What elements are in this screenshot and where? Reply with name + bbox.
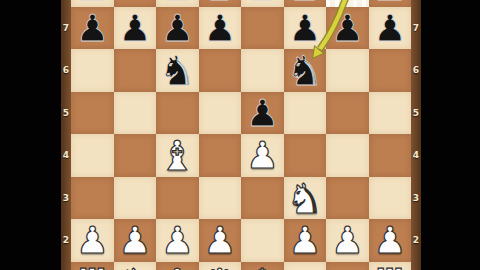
- square-g4[interactable]: [326, 134, 369, 177]
- white-queen[interactable]: ♛: [199, 262, 242, 270]
- white-bishop[interactable]: ♝: [156, 134, 199, 177]
- square-f2[interactable]: ♟: [284, 219, 327, 262]
- square-c5[interactable]: [156, 92, 199, 135]
- square-f5[interactable]: [284, 92, 327, 135]
- square-e5[interactable]: ♟: [241, 92, 284, 135]
- square-e4[interactable]: ♟: [241, 134, 284, 177]
- black-pawn[interactable]: ♟: [114, 7, 157, 50]
- rank-label-7-right: 7: [411, 22, 421, 34]
- rank-label-7-left: 7: [61, 22, 71, 34]
- black-knight[interactable]: ♞: [156, 49, 199, 92]
- square-h2[interactable]: ♟: [369, 219, 412, 262]
- square-b2[interactable]: ♟: [114, 219, 157, 262]
- rank-label-3-left: 3: [61, 192, 71, 204]
- square-c1[interactable]: ♝: [156, 262, 199, 270]
- square-f1[interactable]: [284, 262, 327, 270]
- black-pawn[interactable]: ♟: [241, 92, 284, 135]
- rank-label-6-left: 6: [61, 64, 71, 76]
- white-rook[interactable]: ♜: [369, 262, 412, 270]
- square-a1[interactable]: ♜: [71, 262, 114, 270]
- white-pawn[interactable]: ♟: [71, 219, 114, 262]
- square-d2[interactable]: ♟: [199, 219, 242, 262]
- square-h4[interactable]: [369, 134, 412, 177]
- chess-video-frame: ♜♝♛♚♝♜♟♟♟♟♟♟♟♞♞♟♝♟♞♟♟♟♟♟♟♟♜♞♝♛♚♜ 765432 …: [0, 0, 480, 270]
- square-g7[interactable]: ♟: [326, 7, 369, 50]
- square-a3[interactable]: [71, 177, 114, 220]
- square-c6[interactable]: ♞: [156, 49, 199, 92]
- square-b5[interactable]: [114, 92, 157, 135]
- white-bishop[interactable]: ♝: [156, 262, 199, 270]
- square-a6[interactable]: [71, 49, 114, 92]
- white-pawn[interactable]: ♟: [114, 219, 157, 262]
- square-c2[interactable]: ♟: [156, 219, 199, 262]
- square-g6[interactable]: [326, 49, 369, 92]
- square-b3[interactable]: [114, 177, 157, 220]
- square-a7[interactable]: ♟: [71, 7, 114, 50]
- square-g5[interactable]: [326, 92, 369, 135]
- square-g3[interactable]: [326, 177, 369, 220]
- black-pawn[interactable]: ♟: [326, 7, 369, 50]
- square-f3[interactable]: ♞: [284, 177, 327, 220]
- square-c7[interactable]: ♟: [156, 7, 199, 50]
- rank-label-2-left: 2: [61, 234, 71, 246]
- square-c4[interactable]: ♝: [156, 134, 199, 177]
- square-e8[interactable]: ♚: [241, 0, 284, 7]
- white-knight[interactable]: ♞: [114, 262, 157, 270]
- white-pawn[interactable]: ♟: [156, 219, 199, 262]
- rank-label-3-right: 3: [411, 192, 421, 204]
- black-pawn[interactable]: ♟: [71, 7, 114, 50]
- square-e7[interactable]: [241, 7, 284, 50]
- chessboard[interactable]: ♜♝♛♚♝♜♟♟♟♟♟♟♟♞♞♟♝♟♞♟♟♟♟♟♟♟♜♞♝♛♚♜: [71, 0, 411, 270]
- white-pawn[interactable]: ♟: [326, 219, 369, 262]
- rank-labels-strip-left: 765432: [61, 0, 71, 270]
- square-d3[interactable]: [199, 177, 242, 220]
- letterbox-left: [0, 0, 61, 270]
- square-b1[interactable]: ♞: [114, 262, 157, 270]
- square-f4[interactable]: [284, 134, 327, 177]
- square-e1[interactable]: ♚: [241, 262, 284, 270]
- board-frame: ♜♝♛♚♝♜♟♟♟♟♟♟♟♞♞♟♝♟♞♟♟♟♟♟♟♟♜♞♝♛♚♜ 765432 …: [61, 0, 421, 270]
- square-b4[interactable]: [114, 134, 157, 177]
- square-d1[interactable]: ♛: [199, 262, 242, 270]
- black-knight[interactable]: ♞: [284, 49, 327, 92]
- rank-labels-strip-right: 765432: [411, 0, 421, 270]
- white-rook[interactable]: ♜: [71, 262, 114, 270]
- square-a2[interactable]: ♟: [71, 219, 114, 262]
- rank-label-4-right: 4: [411, 149, 421, 161]
- square-d6[interactable]: [199, 49, 242, 92]
- square-a5[interactable]: [71, 92, 114, 135]
- black-pawn[interactable]: ♟: [156, 7, 199, 50]
- black-pawn[interactable]: ♟: [369, 7, 412, 50]
- square-a4[interactable]: [71, 134, 114, 177]
- rank-label-2-right: 2: [411, 234, 421, 246]
- square-d7[interactable]: ♟: [199, 7, 242, 50]
- square-d4[interactable]: [199, 134, 242, 177]
- square-h1[interactable]: ♜: [369, 262, 412, 270]
- black-king[interactable]: ♚: [241, 0, 284, 7]
- square-g1[interactable]: [326, 262, 369, 270]
- square-f6[interactable]: ♞: [284, 49, 327, 92]
- white-pawn[interactable]: ♟: [241, 134, 284, 177]
- rank-label-5-right: 5: [411, 107, 421, 119]
- white-pawn[interactable]: ♟: [369, 219, 412, 262]
- rank-label-4-left: 4: [61, 149, 71, 161]
- square-b6[interactable]: [114, 49, 157, 92]
- square-h7[interactable]: ♟: [369, 7, 412, 50]
- black-pawn[interactable]: ♟: [199, 7, 242, 50]
- square-c3[interactable]: [156, 177, 199, 220]
- white-knight[interactable]: ♞: [284, 177, 327, 220]
- letterbox-right: [421, 0, 480, 270]
- square-h3[interactable]: [369, 177, 412, 220]
- black-pawn[interactable]: ♟: [284, 7, 327, 50]
- white-king[interactable]: ♚: [241, 262, 284, 270]
- square-e6[interactable]: [241, 49, 284, 92]
- rank-label-6-right: 6: [411, 64, 421, 76]
- white-pawn[interactable]: ♟: [199, 219, 242, 262]
- square-e3[interactable]: [241, 177, 284, 220]
- square-h5[interactable]: [369, 92, 412, 135]
- square-b7[interactable]: ♟: [114, 7, 157, 50]
- square-h6[interactable]: [369, 49, 412, 92]
- square-d5[interactable]: [199, 92, 242, 135]
- square-g2[interactable]: ♟: [326, 219, 369, 262]
- rank-label-5-left: 5: [61, 107, 71, 119]
- square-f7[interactable]: ♟: [284, 7, 327, 50]
- square-e2[interactable]: [241, 219, 284, 262]
- white-pawn[interactable]: ♟: [284, 219, 327, 262]
